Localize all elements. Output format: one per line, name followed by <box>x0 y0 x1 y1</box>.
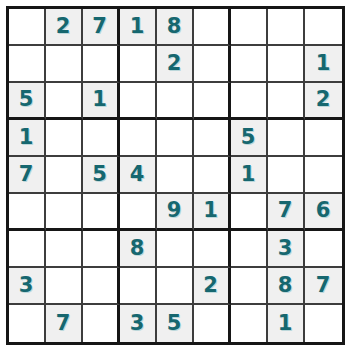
cell-r5c8-empty[interactable] <box>268 157 305 194</box>
cell-r2c4-empty[interactable] <box>120 46 157 83</box>
cell-r4c5-empty[interactable] <box>157 120 194 157</box>
cell-r9c7-empty[interactable] <box>231 305 268 342</box>
cell-r2c1-empty[interactable] <box>9 46 46 83</box>
cell-r4c6-empty[interactable] <box>194 120 231 157</box>
cell-r1c7-empty[interactable] <box>231 9 268 46</box>
cell-r8c1-given: 3 <box>9 268 46 305</box>
cell-r8c9-given: 7 <box>305 268 342 305</box>
cell-r8c3-empty[interactable] <box>83 268 120 305</box>
cell-r5c4-given: 4 <box>120 157 157 194</box>
cell-r6c6-given: 1 <box>194 194 231 231</box>
cell-r5c1-given: 7 <box>9 157 46 194</box>
cell-r1c1-empty[interactable] <box>9 9 46 46</box>
cell-r6c5-given: 9 <box>157 194 194 231</box>
cell-r1c6-empty[interactable] <box>194 9 231 46</box>
cell-r4c8-empty[interactable] <box>268 120 305 157</box>
cell-r4c1-given: 1 <box>9 120 46 157</box>
cell-r2c6-empty[interactable] <box>194 46 231 83</box>
cell-r7c6-empty[interactable] <box>194 231 231 268</box>
cell-r2c3-empty[interactable] <box>83 46 120 83</box>
cell-r6c8-given: 7 <box>268 194 305 231</box>
cell-r9c1-empty[interactable] <box>9 305 46 342</box>
sudoku-board: 27182151215754191768332877351 <box>6 6 345 345</box>
cell-r9c5-given: 5 <box>157 305 194 342</box>
cell-r2c2-empty[interactable] <box>46 46 83 83</box>
cell-r1c4-given: 1 <box>120 9 157 46</box>
cell-r4c4-empty[interactable] <box>120 120 157 157</box>
cell-r9c3-empty[interactable] <box>83 305 120 342</box>
cell-r7c8-given: 3 <box>268 231 305 268</box>
cell-r3c9-given: 2 <box>305 83 342 120</box>
cell-r6c2-empty[interactable] <box>46 194 83 231</box>
cell-r2c9-given: 1 <box>305 46 342 83</box>
cell-r4c2-empty[interactable] <box>46 120 83 157</box>
cell-r6c3-empty[interactable] <box>83 194 120 231</box>
cell-r7c3-empty[interactable] <box>83 231 120 268</box>
cell-r6c4-empty[interactable] <box>120 194 157 231</box>
cell-r7c4-given: 8 <box>120 231 157 268</box>
cell-r3c7-empty[interactable] <box>231 83 268 120</box>
cell-r3c8-empty[interactable] <box>268 83 305 120</box>
cell-r5c2-empty[interactable] <box>46 157 83 194</box>
cell-r9c6-empty[interactable] <box>194 305 231 342</box>
cell-r2c5-given: 2 <box>157 46 194 83</box>
cell-r3c2-empty[interactable] <box>46 83 83 120</box>
cell-r7c9-empty[interactable] <box>305 231 342 268</box>
cell-r4c9-empty[interactable] <box>305 120 342 157</box>
cell-r3c4-empty[interactable] <box>120 83 157 120</box>
cell-r3c1-given: 5 <box>9 83 46 120</box>
cell-r4c3-empty[interactable] <box>83 120 120 157</box>
cell-r3c5-empty[interactable] <box>157 83 194 120</box>
cell-r7c5-empty[interactable] <box>157 231 194 268</box>
cell-r1c5-given: 8 <box>157 9 194 46</box>
page-background: 27182151215754191768332877351 <box>0 0 350 350</box>
cell-r1c2-given: 2 <box>46 9 83 46</box>
cell-r2c8-empty[interactable] <box>268 46 305 83</box>
cell-r5c3-given: 5 <box>83 157 120 194</box>
cell-r6c9-given: 6 <box>305 194 342 231</box>
cell-r5c5-empty[interactable] <box>157 157 194 194</box>
cell-r3c3-given: 1 <box>83 83 120 120</box>
cell-r8c4-empty[interactable] <box>120 268 157 305</box>
cell-r4c7-given: 5 <box>231 120 268 157</box>
cell-r9c9-empty[interactable] <box>305 305 342 342</box>
cell-r7c2-empty[interactable] <box>46 231 83 268</box>
cell-r1c8-empty[interactable] <box>268 9 305 46</box>
cell-r5c7-given: 1 <box>231 157 268 194</box>
cell-r6c7-empty[interactable] <box>231 194 268 231</box>
cell-r1c3-given: 7 <box>83 9 120 46</box>
cell-r8c5-empty[interactable] <box>157 268 194 305</box>
cell-r6c1-empty[interactable] <box>9 194 46 231</box>
cell-r3c6-empty[interactable] <box>194 83 231 120</box>
cell-r9c4-given: 3 <box>120 305 157 342</box>
cell-r8c6-given: 2 <box>194 268 231 305</box>
cell-r9c2-given: 7 <box>46 305 83 342</box>
cell-r5c9-empty[interactable] <box>305 157 342 194</box>
cell-r8c8-given: 8 <box>268 268 305 305</box>
cell-r7c1-empty[interactable] <box>9 231 46 268</box>
cell-r7c7-empty[interactable] <box>231 231 268 268</box>
cell-r1c9-empty[interactable] <box>305 9 342 46</box>
cell-r8c2-empty[interactable] <box>46 268 83 305</box>
cell-r2c7-empty[interactable] <box>231 46 268 83</box>
cell-r5c6-empty[interactable] <box>194 157 231 194</box>
cell-r9c8-given: 1 <box>268 305 305 342</box>
cell-r8c7-empty[interactable] <box>231 268 268 305</box>
